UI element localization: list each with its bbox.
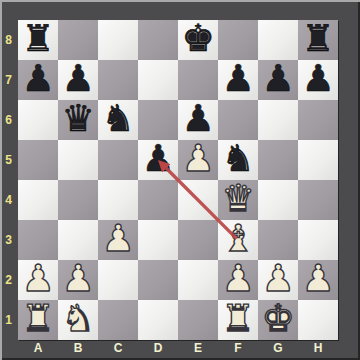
- square-b7[interactable]: ♟: [58, 60, 98, 100]
- square-d3[interactable]: [138, 220, 178, 260]
- board: ♜♚♜♟♟♟♟♟♛♞♟♟♟♞♛♟♝♟♟♟♟♟♜♞♜♚: [18, 20, 338, 340]
- square-a5[interactable]: [18, 140, 58, 180]
- square-h2[interactable]: ♟: [298, 260, 338, 300]
- square-a3[interactable]: [18, 220, 58, 260]
- piece-black-king-e8[interactable]: ♚: [181, 19, 214, 59]
- square-b4[interactable]: [58, 180, 98, 220]
- square-e2[interactable]: [178, 260, 218, 300]
- piece-white-king-g1[interactable]: ♚: [261, 299, 294, 339]
- square-c1[interactable]: [98, 300, 138, 340]
- piece-black-pawn-f7[interactable]: ♟: [221, 59, 254, 99]
- piece-white-queen-f4[interactable]: ♛: [221, 179, 254, 219]
- square-h3[interactable]: [298, 220, 338, 260]
- square-c2[interactable]: [98, 260, 138, 300]
- file-label-e: E: [178, 340, 218, 358]
- chess-board-frame: ♜♚♜♟♟♟♟♟♛♞♟♟♟♞♛♟♝♟♟♟♟♟♜♞♜♚ 87654321ABCDE…: [0, 0, 360, 360]
- square-d4[interactable]: [138, 180, 178, 220]
- square-f8[interactable]: [218, 20, 258, 60]
- rank-label-6: 6: [0, 100, 17, 140]
- file-label-a: A: [18, 340, 58, 358]
- piece-black-pawn-b7[interactable]: ♟: [61, 59, 94, 99]
- square-e6[interactable]: ♟: [178, 100, 218, 140]
- square-a8[interactable]: ♜: [18, 20, 58, 60]
- rank-label-3: 3: [0, 220, 17, 260]
- square-d1[interactable]: [138, 300, 178, 340]
- piece-white-rook-f1[interactable]: ♜: [221, 299, 254, 339]
- file-label-g: G: [258, 340, 298, 358]
- square-g2[interactable]: ♟: [258, 260, 298, 300]
- square-f1[interactable]: ♜: [218, 300, 258, 340]
- square-b6[interactable]: ♛: [58, 100, 98, 140]
- square-c7[interactable]: [98, 60, 138, 100]
- square-d2[interactable]: [138, 260, 178, 300]
- file-label-f: F: [218, 340, 258, 358]
- square-g8[interactable]: [258, 20, 298, 60]
- square-f3[interactable]: ♝: [218, 220, 258, 260]
- piece-white-knight-b1[interactable]: ♞: [61, 299, 94, 339]
- square-h6[interactable]: [298, 100, 338, 140]
- piece-black-pawn-a7[interactable]: ♟: [21, 59, 54, 99]
- square-e3[interactable]: [178, 220, 218, 260]
- square-a1[interactable]: ♜: [18, 300, 58, 340]
- square-d5[interactable]: ♟: [138, 140, 178, 180]
- piece-white-pawn-e5[interactable]: ♟: [181, 139, 214, 179]
- square-c3[interactable]: ♟: [98, 220, 138, 260]
- square-h5[interactable]: [298, 140, 338, 180]
- square-a7[interactable]: ♟: [18, 60, 58, 100]
- square-d6[interactable]: [138, 100, 178, 140]
- square-h4[interactable]: [298, 180, 338, 220]
- square-h7[interactable]: ♟: [298, 60, 338, 100]
- square-f4[interactable]: ♛: [218, 180, 258, 220]
- square-f6[interactable]: [218, 100, 258, 140]
- square-b3[interactable]: [58, 220, 98, 260]
- square-b1[interactable]: ♞: [58, 300, 98, 340]
- square-d8[interactable]: [138, 20, 178, 60]
- square-g6[interactable]: [258, 100, 298, 140]
- piece-white-pawn-a2[interactable]: ♟: [21, 259, 54, 299]
- square-e8[interactable]: ♚: [178, 20, 218, 60]
- piece-white-pawn-c3[interactable]: ♟: [101, 219, 134, 259]
- square-e7[interactable]: [178, 60, 218, 100]
- piece-black-rook-h8[interactable]: ♜: [301, 19, 334, 59]
- square-c5[interactable]: [98, 140, 138, 180]
- square-b5[interactable]: [58, 140, 98, 180]
- square-h8[interactable]: ♜: [298, 20, 338, 60]
- rank-label-5: 5: [0, 140, 17, 180]
- square-f2[interactable]: ♟: [218, 260, 258, 300]
- file-label-c: C: [98, 340, 138, 358]
- piece-black-pawn-e6[interactable]: ♟: [181, 99, 214, 139]
- square-e1[interactable]: [178, 300, 218, 340]
- rank-label-2: 2: [0, 260, 17, 300]
- rank-label-4: 4: [0, 180, 17, 220]
- piece-black-pawn-d5[interactable]: ♟: [141, 139, 174, 179]
- file-label-h: H: [298, 340, 338, 358]
- square-a6[interactable]: [18, 100, 58, 140]
- piece-white-pawn-h2[interactable]: ♟: [301, 259, 334, 299]
- square-h1[interactable]: [298, 300, 338, 340]
- piece-white-bishop-f3[interactable]: ♝: [221, 219, 254, 259]
- piece-white-pawn-g2[interactable]: ♟: [261, 259, 294, 299]
- piece-black-knight-c6[interactable]: ♞: [101, 99, 134, 139]
- square-f7[interactable]: ♟: [218, 60, 258, 100]
- square-g4[interactable]: [258, 180, 298, 220]
- file-label-d: D: [138, 340, 178, 358]
- piece-black-rook-a8[interactable]: ♜: [21, 19, 54, 59]
- piece-black-queen-b6[interactable]: ♛: [61, 99, 94, 139]
- piece-white-rook-a1[interactable]: ♜: [21, 299, 54, 339]
- piece-white-pawn-f2[interactable]: ♟: [221, 259, 254, 299]
- square-c4[interactable]: [98, 180, 138, 220]
- piece-black-knight-f5[interactable]: ♞: [221, 139, 254, 179]
- square-a2[interactable]: ♟: [18, 260, 58, 300]
- rank-label-8: 8: [0, 20, 17, 60]
- piece-black-pawn-g7[interactable]: ♟: [261, 59, 294, 99]
- square-e4[interactable]: [178, 180, 218, 220]
- square-b2[interactable]: ♟: [58, 260, 98, 300]
- square-e5[interactable]: ♟: [178, 140, 218, 180]
- square-f5[interactable]: ♞: [218, 140, 258, 180]
- square-g3[interactable]: [258, 220, 298, 260]
- piece-black-pawn-h7[interactable]: ♟: [301, 59, 334, 99]
- square-d7[interactable]: [138, 60, 178, 100]
- piece-white-pawn-b2[interactable]: ♟: [61, 259, 94, 299]
- rank-label-7: 7: [0, 60, 17, 100]
- square-g5[interactable]: [258, 140, 298, 180]
- square-a4[interactable]: [18, 180, 58, 220]
- square-c8[interactable]: [98, 20, 138, 60]
- square-c6[interactable]: ♞: [98, 100, 138, 140]
- rank-label-1: 1: [0, 300, 17, 340]
- square-g7[interactable]: ♟: [258, 60, 298, 100]
- square-g1[interactable]: ♚: [258, 300, 298, 340]
- square-b8[interactable]: [58, 20, 98, 60]
- file-label-b: B: [58, 340, 98, 358]
